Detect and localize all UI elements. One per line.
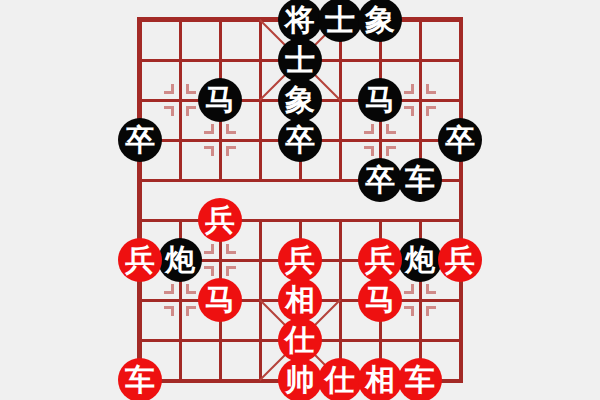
point-marker: [426, 284, 436, 294]
piece-black-advisor[interactable]: 士: [278, 38, 322, 82]
point-marker: [164, 106, 174, 116]
xiangqi-app: 将士象士马象马卒卒卒卒车炮炮兵兵兵兵兵马相马仕车帅仕相车: [0, 0, 600, 400]
piece-glyph: 兵: [125, 245, 155, 275]
point-marker: [186, 84, 196, 94]
piece-red-horse[interactable]: 马: [358, 278, 402, 322]
piece-red-elephant[interactable]: 相: [358, 358, 402, 400]
point-marker: [226, 124, 236, 134]
point-marker: [386, 124, 396, 134]
point-marker: [204, 266, 214, 276]
piece-glyph: 车: [125, 365, 155, 395]
point-marker: [404, 84, 414, 94]
point-marker: [404, 106, 414, 116]
point-marker: [226, 146, 236, 156]
piece-glyph: 相: [365, 365, 395, 395]
piece-black-elephant[interactable]: 象: [278, 78, 322, 122]
piece-black-chariot[interactable]: 车: [398, 158, 442, 202]
point-marker: [386, 146, 396, 156]
piece-glyph: 炮: [405, 245, 435, 275]
piece-black-elephant[interactable]: 象: [358, 0, 402, 42]
point-marker: [364, 146, 374, 156]
piece-glyph: 象: [365, 5, 395, 35]
piece-red-chariot[interactable]: 车: [398, 358, 442, 400]
piece-glyph: 兵: [285, 245, 315, 275]
piece-glyph: 卒: [445, 125, 475, 155]
piece-black-soldier[interactable]: 卒: [358, 158, 402, 202]
piece-red-soldier[interactable]: 兵: [198, 198, 242, 242]
piece-red-horse[interactable]: 马: [198, 278, 242, 322]
piece-glyph: 车: [405, 365, 435, 395]
piece-red-advisor[interactable]: 仕: [318, 358, 362, 400]
piece-black-soldier[interactable]: 卒: [118, 118, 162, 162]
point-marker: [186, 106, 196, 116]
piece-black-horse[interactable]: 马: [358, 78, 402, 122]
piece-black-soldier[interactable]: 卒: [278, 118, 322, 162]
piece-red-soldier[interactable]: 兵: [358, 238, 402, 282]
point-marker: [404, 306, 414, 316]
piece-black-cannon[interactable]: 炮: [398, 238, 442, 282]
piece-glyph: 马: [365, 285, 395, 315]
point-marker: [204, 124, 214, 134]
piece-black-advisor[interactable]: 士: [318, 0, 362, 42]
piece-red-soldier[interactable]: 兵: [278, 238, 322, 282]
piece-red-soldier[interactable]: 兵: [118, 238, 162, 282]
point-marker: [226, 244, 236, 254]
piece-black-general[interactable]: 将: [278, 0, 322, 42]
point-marker: [186, 284, 196, 294]
point-marker: [226, 266, 236, 276]
piece-red-chariot[interactable]: 车: [118, 358, 162, 400]
piece-glyph: 兵: [365, 245, 395, 275]
piece-glyph: 兵: [445, 245, 475, 275]
point-marker: [426, 84, 436, 94]
piece-glyph: 士: [285, 45, 315, 75]
piece-glyph: 仕: [285, 325, 315, 355]
point-marker: [204, 244, 214, 254]
piece-glyph: 马: [365, 85, 395, 115]
piece-glyph: 卒: [365, 165, 395, 195]
point-marker: [164, 284, 174, 294]
piece-red-elephant[interactable]: 相: [278, 278, 322, 322]
piece-glyph: 车: [405, 165, 435, 195]
piece-glyph: 卒: [125, 125, 155, 155]
piece-glyph: 将: [285, 5, 315, 35]
piece-glyph: 相: [285, 285, 315, 315]
point-marker: [186, 306, 196, 316]
piece-red-general[interactable]: 帅: [278, 358, 322, 400]
piece-glyph: 兵: [205, 205, 235, 235]
piece-glyph: 仕: [325, 365, 355, 395]
xiangqi-board[interactable]: 将士象士马象马卒卒卒卒车炮炮兵兵兵兵兵马相马仕车帅仕相车: [0, 0, 600, 400]
piece-black-horse[interactable]: 马: [198, 78, 242, 122]
piece-glyph: 士: [325, 5, 355, 35]
point-marker: [204, 146, 214, 156]
point-marker: [164, 306, 174, 316]
piece-black-cannon[interactable]: 炮: [158, 238, 202, 282]
point-marker: [404, 284, 414, 294]
piece-glyph: 马: [205, 85, 235, 115]
point-marker: [364, 124, 374, 134]
piece-glyph: 象: [285, 85, 315, 115]
piece-black-soldier[interactable]: 卒: [438, 118, 482, 162]
point-marker: [426, 106, 436, 116]
point-marker: [164, 84, 174, 94]
piece-glyph: 马: [205, 285, 235, 315]
piece-red-advisor[interactable]: 仕: [278, 318, 322, 362]
piece-glyph: 帅: [285, 365, 315, 395]
piece-red-soldier[interactable]: 兵: [438, 238, 482, 282]
point-marker: [426, 306, 436, 316]
piece-glyph: 炮: [165, 245, 195, 275]
piece-glyph: 卒: [285, 125, 315, 155]
